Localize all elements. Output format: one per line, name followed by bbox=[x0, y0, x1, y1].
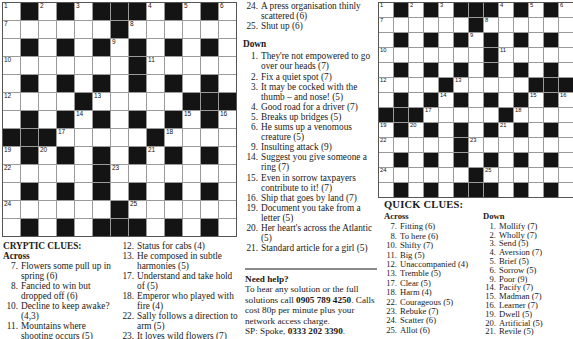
black-cell-r4c8 bbox=[484, 48, 498, 62]
grid-cell-r8c10[interactable]: 18 bbox=[514, 108, 528, 122]
grid-cell-r8c5[interactable] bbox=[439, 108, 453, 122]
black-cell-r6c13 bbox=[559, 78, 573, 92]
grid-cell-r1c13[interactable]: 6 bbox=[219, 3, 236, 20]
quick-across-clue-17: 17.Clear (5) bbox=[384, 279, 483, 288]
grid-cell-r4c9[interactable]: 11 bbox=[147, 57, 164, 74]
clue-text: Sally follows a direction to arm (5) bbox=[137, 311, 242, 331]
grid-cell-r12c6[interactable] bbox=[454, 168, 468, 182]
grid-cell-r5c1[interactable] bbox=[379, 63, 393, 77]
grid-cell-r13c1[interactable] bbox=[3, 219, 20, 236]
grid-cell-r4c5[interactable] bbox=[75, 57, 92, 74]
grid-cell-r10c1[interactable]: 22 bbox=[3, 165, 20, 182]
grid-cell-r3c3[interactable] bbox=[39, 39, 56, 56]
black-cell-r1c10 bbox=[165, 3, 182, 20]
black-cell-r5c4 bbox=[424, 63, 438, 77]
clue-number-18: 18 bbox=[166, 129, 173, 136]
grid-cell-r10c10[interactable] bbox=[514, 138, 528, 152]
cryptic-across-clue-13: 13.He composed in subtle harmonies (5) bbox=[119, 251, 242, 271]
grid-cell-r2c6[interactable] bbox=[93, 21, 110, 38]
black-cell-r3c4 bbox=[424, 33, 438, 47]
black-cell-r11c2 bbox=[21, 183, 38, 200]
grid-cell-r4c4[interactable] bbox=[424, 48, 438, 62]
grid-cell-r8c4[interactable]: 17 bbox=[57, 129, 74, 146]
black-cell-r7c10 bbox=[165, 111, 182, 128]
grid-cell-r8c6[interactable] bbox=[454, 108, 468, 122]
grid-cell-r10c7[interactable]: 23 bbox=[469, 138, 483, 152]
grid-cell-r9c7[interactable] bbox=[469, 123, 483, 137]
clue-number-label: 12. bbox=[119, 241, 137, 251]
black-cell-r1c2 bbox=[394, 3, 408, 17]
clue-text: It may be cocked with the thumb – and no… bbox=[261, 82, 378, 102]
grid-cell-r10c4[interactable] bbox=[57, 165, 74, 182]
grid-cell-r3c9[interactable] bbox=[499, 33, 513, 47]
grid-cell-r2c11[interactable] bbox=[529, 18, 543, 32]
grid-cell-r11c7[interactable] bbox=[469, 153, 483, 167]
grid-cell-r4c10[interactable] bbox=[165, 57, 182, 74]
grid-cell-r6c3[interactable] bbox=[409, 78, 423, 92]
quick-down-column: Down 1.Mollify (7)2.Wholly (7)3.Send (5)… bbox=[483, 212, 573, 336]
grid-cell-r4c2[interactable] bbox=[394, 48, 408, 62]
grid-cell-r11c3[interactable] bbox=[39, 183, 56, 200]
grid-cell-r5c13[interactable] bbox=[219, 75, 236, 92]
grid-cell-r4c5[interactable] bbox=[439, 48, 453, 62]
grid-cell-r11c13[interactable] bbox=[219, 183, 236, 200]
grid-cell-r4c13[interactable] bbox=[559, 48, 573, 62]
grid-cell-r9c3[interactable]: 20 bbox=[39, 147, 56, 164]
clue-number-22: 22 bbox=[4, 165, 11, 172]
grid-cell-r6c1[interactable]: 12 bbox=[379, 78, 393, 92]
black-cell-r9c6 bbox=[454, 123, 468, 137]
grid-cell-r13c13[interactable] bbox=[219, 219, 236, 236]
grid-cell-r12c8[interactable]: 25 bbox=[129, 201, 146, 218]
grid-cell-r9c1[interactable]: 19 bbox=[379, 123, 393, 137]
grid-cell-r8c13[interactable] bbox=[219, 129, 236, 146]
black-cell-r6c12 bbox=[544, 78, 558, 92]
grid-cell-r3c11[interactable] bbox=[529, 33, 543, 47]
quick-down-header: Down bbox=[483, 212, 573, 221]
grid-cell-r12c2[interactable] bbox=[21, 201, 38, 218]
grid-cell-r5c11[interactable] bbox=[183, 75, 200, 92]
black-cell-r13c8 bbox=[484, 183, 498, 197]
grid-cell-r5c11[interactable] bbox=[529, 63, 543, 77]
clue-number-label: 1. bbox=[243, 51, 261, 61]
black-cell-r5c12 bbox=[201, 75, 218, 92]
grid-cell-r3c7[interactable]: 9 bbox=[469, 33, 483, 47]
black-cell-r11c8 bbox=[129, 183, 146, 200]
grid-cell-r8c8[interactable] bbox=[484, 108, 498, 122]
grid-cell-r10c11[interactable] bbox=[529, 138, 543, 152]
grid-cell-r12c12[interactable] bbox=[201, 201, 218, 218]
black-cell-r12c7 bbox=[111, 201, 128, 218]
grid-cell-r13c9[interactable] bbox=[499, 183, 513, 197]
grid-cell-r10c7[interactable]: 23 bbox=[111, 165, 128, 182]
clue-number-1: 1 bbox=[4, 3, 8, 10]
quick-down-clue-21: 21.Revile (5) bbox=[483, 327, 573, 336]
grid-cell-r2c13[interactable] bbox=[559, 18, 573, 32]
cryptic-down-clue-3: 3.It may be cocked with the thumb – and … bbox=[243, 82, 378, 102]
grid-cell-r11c1[interactable] bbox=[3, 183, 20, 200]
grid-cell-r5c7[interactable] bbox=[469, 63, 483, 77]
grid-cell-r3c5[interactable] bbox=[75, 39, 92, 56]
grid-cell-r4c1[interactable]: 10 bbox=[3, 57, 20, 74]
grid-cell-r11c3[interactable] bbox=[409, 153, 423, 167]
grid-cell-r8c5[interactable] bbox=[75, 129, 92, 146]
grid-cell-r11c9[interactable] bbox=[499, 153, 513, 167]
grid-cell-r1c3[interactable]: 2 bbox=[409, 3, 423, 17]
grid-cell-r12c10[interactable] bbox=[514, 168, 528, 182]
grid-cell-r6c8[interactable] bbox=[129, 93, 146, 110]
grid-cell-r11c13[interactable] bbox=[559, 153, 573, 167]
grid-cell-r3c9[interactable] bbox=[147, 39, 164, 56]
black-cell-r13c2 bbox=[394, 183, 408, 197]
grid-cell-r12c10[interactable] bbox=[165, 201, 182, 218]
grid-cell-r12c13[interactable] bbox=[559, 168, 573, 182]
grid-cell-r11c11[interactable] bbox=[529, 153, 543, 167]
grid-cell-r2c3[interactable] bbox=[409, 18, 423, 32]
grid-cell-r13c13[interactable] bbox=[559, 183, 573, 197]
black-cell-r7c12 bbox=[544, 93, 558, 107]
clue-text: Flowers some pull up in spring (6) bbox=[21, 261, 117, 281]
clue-number-17: 17 bbox=[58, 129, 65, 136]
grid-cell-r3c1[interactable] bbox=[3, 39, 20, 56]
grid-cell-r5c3[interactable] bbox=[39, 75, 56, 92]
grid-cell-r8c10[interactable]: 18 bbox=[165, 129, 182, 146]
grid-cell-r11c9[interactable] bbox=[147, 183, 164, 200]
clue-text: A press organisation thinly scattered (6… bbox=[261, 1, 378, 21]
clue-number-23: 23 bbox=[112, 165, 119, 172]
grid-cell-r4c11[interactable] bbox=[183, 57, 200, 74]
grid-cell-r2c2[interactable] bbox=[394, 18, 408, 32]
black-cell-r13c4 bbox=[424, 183, 438, 197]
grid-cell-r2c2[interactable] bbox=[21, 21, 38, 38]
black-cell-r1c4 bbox=[424, 3, 438, 17]
grid-cell-r13c5[interactable] bbox=[439, 183, 453, 197]
clue-number-3: 3 bbox=[76, 3, 80, 10]
black-cell-r1c8 bbox=[484, 3, 498, 17]
grid-cell-r6c10[interactable] bbox=[514, 78, 528, 92]
grid-cell-r10c3[interactable] bbox=[39, 165, 56, 182]
grid-cell-r8c4[interactable]: 17 bbox=[424, 108, 438, 122]
grid-cell-r3c5[interactable] bbox=[439, 33, 453, 47]
grid-cell-r1c1[interactable]: 1 bbox=[3, 3, 20, 20]
grid-cell-r12c4[interactable] bbox=[57, 201, 74, 218]
grid-cell-r2c12[interactable] bbox=[544, 18, 558, 32]
grid-cell-r11c11[interactable] bbox=[183, 183, 200, 200]
grid-cell-r6c7[interactable] bbox=[469, 78, 483, 92]
grid-cell-r6c4[interactable] bbox=[57, 93, 74, 110]
grid-cell-r5c5[interactable] bbox=[75, 75, 92, 92]
grid-cell-r11c7[interactable] bbox=[111, 183, 128, 200]
grid-cell-r8c11[interactable] bbox=[529, 108, 543, 122]
clue-number-15: 15 bbox=[530, 93, 536, 99]
clue-number-label: 10. bbox=[3, 301, 21, 311]
grid-cell-r10c10[interactable] bbox=[165, 165, 182, 182]
grid-cell-r6c10[interactable] bbox=[165, 93, 182, 110]
grid-cell-r10c5[interactable] bbox=[75, 165, 92, 182]
grid-cell-r2c4[interactable] bbox=[424, 18, 438, 32]
grid-cell-r2c1[interactable]: 7 bbox=[379, 18, 393, 32]
grid-cell-r5c5[interactable] bbox=[439, 63, 453, 77]
grid-cell-r5c9[interactable] bbox=[147, 75, 164, 92]
grid-cell-r6c9[interactable] bbox=[147, 93, 164, 110]
black-cell-r3c2 bbox=[21, 39, 38, 56]
grid-cell-r1c5[interactable]: 3 bbox=[439, 3, 453, 17]
grid-cell-r2c9[interactable] bbox=[499, 18, 513, 32]
grid-cell-r6c1[interactable]: 12 bbox=[3, 93, 20, 110]
grid-cell-r1c9[interactable]: 4 bbox=[499, 3, 513, 17]
grid-cell-r12c12[interactable] bbox=[544, 168, 558, 182]
quick-across-clue-25: 25.Allot (6) bbox=[384, 326, 483, 335]
grid-cell-r4c13[interactable] bbox=[219, 57, 236, 74]
grid-cell-r12c11[interactable] bbox=[183, 201, 200, 218]
grid-cell-r1c11[interactable]: 5 bbox=[529, 3, 543, 17]
grid-cell-r12c6[interactable] bbox=[93, 201, 110, 218]
grid-cell-r10c12[interactable] bbox=[544, 138, 558, 152]
grid-cell-r5c7[interactable] bbox=[111, 75, 128, 92]
cryptic-down-clue-19: 19.Document you take from a letter (5) bbox=[243, 203, 378, 223]
grid-cell-r2c5[interactable] bbox=[75, 21, 92, 38]
grid-cell-r9c9[interactable]: 21 bbox=[499, 123, 513, 137]
grid-cell-r2c5[interactable] bbox=[439, 18, 453, 32]
black-cell-r13c4 bbox=[57, 219, 74, 236]
grid-cell-r12c9[interactable] bbox=[147, 201, 164, 218]
grid-cell-r2c10[interactable] bbox=[514, 18, 528, 32]
grid-cell-r7c11[interactable]: 15 bbox=[529, 93, 543, 107]
clue-text: Mountains where shooting occurs (5) bbox=[21, 321, 117, 339]
grid-cell-r7c13[interactable]: 16 bbox=[219, 111, 236, 128]
grid-cell-r4c12[interactable] bbox=[201, 57, 218, 74]
grid-cell-r13c11[interactable] bbox=[183, 219, 200, 236]
grid-cell-r1c9[interactable]: 4 bbox=[147, 3, 164, 20]
grid-cell-r8c13[interactable] bbox=[559, 108, 573, 122]
black-cell-r5c6 bbox=[93, 75, 110, 92]
grid-cell-r2c12[interactable] bbox=[201, 21, 218, 38]
cryptic-across-clue-10: 10.Decline to keep awake? (4,3) bbox=[3, 301, 117, 321]
grid-cell-r6c2[interactable] bbox=[21, 93, 38, 110]
grid-cell-r5c13[interactable] bbox=[559, 63, 573, 77]
grid-cell-r9c5[interactable] bbox=[75, 147, 92, 164]
grid-cell-r10c13[interactable] bbox=[219, 165, 236, 182]
grid-cell-r10c4[interactable] bbox=[424, 138, 438, 152]
clue-number-label: 17. bbox=[119, 271, 137, 281]
grid-cell-r9c3[interactable]: 20 bbox=[409, 123, 423, 137]
grid-cell-r12c13[interactable] bbox=[219, 201, 236, 218]
grid-cell-r10c9[interactable] bbox=[147, 165, 164, 182]
grid-cell-r7c3[interactable] bbox=[39, 111, 56, 128]
grid-cell-r12c3[interactable] bbox=[409, 168, 423, 182]
grid-cell-r4c4[interactable] bbox=[57, 57, 74, 74]
grid-cell-r2c10[interactable] bbox=[165, 21, 182, 38]
grid-cell-r12c5[interactable] bbox=[75, 201, 92, 218]
grid-cell-r7c1[interactable] bbox=[3, 111, 20, 128]
grid-cell-r1c5[interactable]: 3 bbox=[75, 3, 92, 20]
grid-cell-r1c13[interactable]: 6 bbox=[559, 3, 573, 17]
black-cell-r3c2 bbox=[394, 33, 408, 47]
grid-cell-r7c11[interactable]: 15 bbox=[183, 111, 200, 128]
grid-cell-r3c3[interactable] bbox=[409, 33, 423, 47]
grid-cell-r4c7[interactable] bbox=[111, 57, 128, 74]
grid-cell-r12c1[interactable]: 24 bbox=[379, 168, 393, 182]
grid-cell-r12c11[interactable] bbox=[529, 168, 543, 182]
grid-cell-r2c13[interactable] bbox=[219, 21, 236, 38]
grid-cell-r6c6[interactable]: 13 bbox=[93, 93, 110, 110]
grid-cell-r9c9[interactable]: 21 bbox=[147, 147, 164, 164]
black-cell-r9c8 bbox=[129, 147, 146, 164]
grid-cell-r5c9[interactable] bbox=[499, 63, 513, 77]
grid-cell-r1c11[interactable]: 5 bbox=[183, 3, 200, 20]
grid-cell-r8c6[interactable] bbox=[93, 129, 110, 146]
grid-cell-r9c11[interactable] bbox=[183, 147, 200, 164]
grid-cell-r6c2[interactable] bbox=[394, 78, 408, 92]
black-cell-r6c5 bbox=[75, 93, 92, 110]
grid-cell-r3c1[interactable] bbox=[379, 33, 393, 47]
grid-cell-r6c7[interactable] bbox=[111, 93, 128, 110]
grid-cell-r6c3[interactable] bbox=[39, 93, 56, 110]
quick-crossword-grid: 1234567891011121314151617181920212223242… bbox=[378, 2, 573, 198]
clue-text: Emperor who played with fire (4) bbox=[137, 291, 242, 311]
grid-cell-r4c1[interactable]: 10 bbox=[379, 48, 393, 62]
grid-cell-r13c3[interactable] bbox=[39, 219, 56, 236]
black-cell-r11c10 bbox=[165, 183, 182, 200]
grid-cell-r9c11[interactable] bbox=[529, 123, 543, 137]
grid-cell-r1c3[interactable]: 2 bbox=[39, 3, 56, 20]
grid-cell-r2c1[interactable]: 7 bbox=[3, 21, 20, 38]
grid-cell-r10c2[interactable] bbox=[394, 138, 408, 152]
grid-cell-r7c3[interactable] bbox=[409, 93, 423, 107]
grid-cell-r12c5[interactable] bbox=[439, 168, 453, 182]
grid-cell-r7c5[interactable]: 14 bbox=[439, 93, 453, 107]
grid-cell-r1c1[interactable]: 1 bbox=[379, 3, 393, 17]
grid-cell-r7c5[interactable]: 14 bbox=[75, 111, 92, 128]
grid-cell-r2c8[interactable]: 8 bbox=[484, 18, 498, 32]
grid-cell-r6c8[interactable] bbox=[484, 78, 498, 92]
grid-cell-r2c9[interactable] bbox=[147, 21, 164, 38]
grid-cell-r4c10[interactable] bbox=[514, 48, 528, 62]
black-cell-r1c6 bbox=[454, 3, 468, 17]
grid-cell-r12c3[interactable] bbox=[39, 201, 56, 218]
grid-cell-r10c11[interactable] bbox=[183, 165, 200, 182]
grid-cell-r6c4[interactable] bbox=[424, 78, 438, 92]
clue-number-8: 8 bbox=[130, 21, 134, 28]
grid-cell-r3c7[interactable]: 9 bbox=[111, 39, 128, 56]
grid-cell-r10c2[interactable] bbox=[21, 165, 38, 182]
grid-cell-r11c5[interactable] bbox=[75, 183, 92, 200]
clue-number-13: 13 bbox=[455, 78, 461, 84]
grid-cell-r10c3[interactable] bbox=[409, 138, 423, 152]
grid-cell-r8c7[interactable] bbox=[469, 108, 483, 122]
grid-cell-r6c6[interactable]: 13 bbox=[454, 78, 468, 92]
grid-cell-r12c2[interactable] bbox=[394, 168, 408, 182]
grid-cell-r10c12[interactable] bbox=[201, 165, 218, 182]
grid-cell-r2c8[interactable]: 8 bbox=[129, 21, 146, 38]
grid-cell-r10c5[interactable] bbox=[439, 138, 453, 152]
black-cell-r3c12 bbox=[544, 33, 558, 47]
clue-number-12: 12 bbox=[380, 78, 386, 84]
black-cell-r6c13 bbox=[219, 93, 236, 110]
grid-cell-r3c11[interactable] bbox=[183, 39, 200, 56]
grid-cell-r7c9[interactable] bbox=[499, 93, 513, 107]
grid-cell-r10c1[interactable]: 22 bbox=[379, 138, 393, 152]
grid-cell-r11c5[interactable] bbox=[439, 153, 453, 167]
grid-cell-r4c2[interactable] bbox=[21, 57, 38, 74]
grid-cell-r7c7[interactable] bbox=[469, 93, 483, 107]
grid-cell-r12c1[interactable]: 24 bbox=[3, 201, 20, 218]
grid-cell-r2c3[interactable] bbox=[39, 21, 56, 38]
help-phone-number-2: 0333 202 3390 bbox=[288, 326, 343, 336]
grid-cell-r5c1[interactable] bbox=[3, 75, 20, 92]
grid-cell-r8c11[interactable] bbox=[183, 129, 200, 146]
clue-number-label: 7. bbox=[3, 261, 21, 271]
grid-cell-r12c4[interactable] bbox=[424, 168, 438, 182]
grid-cell-r6c9[interactable] bbox=[499, 78, 513, 92]
grid-cell-r7c9[interactable] bbox=[147, 111, 164, 128]
grid-cell-r2c6[interactable] bbox=[454, 18, 468, 32]
grid-cell-r10c8[interactable] bbox=[129, 165, 146, 182]
grid-cell-r12c8[interactable]: 25 bbox=[484, 168, 498, 182]
grid-cell-r4c3[interactable] bbox=[39, 57, 56, 74]
black-cell-r10c6 bbox=[454, 138, 468, 152]
grid-cell-r9c13[interactable] bbox=[219, 147, 236, 164]
clue-number-label: 3. bbox=[243, 82, 261, 92]
black-cell-r3c6 bbox=[93, 39, 110, 56]
grid-cell-r5c3[interactable] bbox=[409, 63, 423, 77]
grid-cell-r3c13[interactable] bbox=[219, 39, 236, 56]
grid-cell-r13c9[interactable] bbox=[147, 219, 164, 236]
grid-cell-r7c7[interactable] bbox=[111, 111, 128, 128]
grid-cell-r3c13[interactable] bbox=[559, 33, 573, 47]
grid-cell-r4c7[interactable] bbox=[469, 48, 483, 62]
grid-cell-r12c9[interactable] bbox=[499, 168, 513, 182]
grid-cell-r10c8[interactable] bbox=[484, 138, 498, 152]
cryptic-down-clue-1: 1.They're not empowered to go over our h… bbox=[243, 51, 378, 71]
grid-cell-r8c12[interactable] bbox=[544, 108, 558, 122]
grid-cell-r4c11[interactable] bbox=[529, 48, 543, 62]
grid-cell-r4c9[interactable]: 11 bbox=[499, 48, 513, 62]
black-cell-r5c2 bbox=[394, 63, 408, 77]
black-cell-r6c12 bbox=[201, 93, 218, 110]
black-cell-r7c6 bbox=[454, 93, 468, 107]
grid-cell-r7c13[interactable]: 16 bbox=[559, 93, 573, 107]
black-cell-r13c7 bbox=[111, 219, 128, 236]
clue-number-11: 11 bbox=[148, 57, 155, 64]
grid-cell-r13c3[interactable] bbox=[409, 183, 423, 197]
grid-cell-r7c1[interactable] bbox=[379, 93, 393, 107]
grid-cell-r9c1[interactable]: 19 bbox=[3, 147, 20, 164]
cryptic-across-clue-25: 25.Shut up (6) bbox=[243, 21, 378, 31]
grid-cell-r4c6[interactable] bbox=[454, 48, 468, 62]
grid-cell-r11c1[interactable] bbox=[379, 153, 393, 167]
grid-cell-r13c5[interactable] bbox=[75, 219, 92, 236]
grid-cell-r4c3[interactable] bbox=[409, 48, 423, 62]
grid-cell-r10c13[interactable] bbox=[559, 138, 573, 152]
grid-cell-r2c11[interactable] bbox=[183, 21, 200, 38]
grid-cell-r10c9[interactable] bbox=[499, 138, 513, 152]
grid-cell-r9c13[interactable] bbox=[559, 123, 573, 137]
grid-cell-r9c7[interactable] bbox=[111, 147, 128, 164]
clue-number-14: 14 bbox=[76, 111, 83, 118]
clue-number-5: 5 bbox=[184, 3, 188, 10]
grid-cell-r13c1[interactable] bbox=[379, 183, 393, 197]
grid-cell-r8c12[interactable] bbox=[201, 129, 218, 146]
grid-cell-r4c12[interactable] bbox=[544, 48, 558, 62]
grid-cell-r8c7[interactable] bbox=[111, 129, 128, 146]
grid-cell-r8c8[interactable] bbox=[129, 129, 146, 146]
grid-cell-r2c4[interactable] bbox=[57, 21, 74, 38]
black-cell-r11c6 bbox=[454, 153, 468, 167]
grid-cell-r9c5[interactable] bbox=[439, 123, 453, 137]
grid-cell-r13c11[interactable] bbox=[529, 183, 543, 197]
grid-cell-r4c6[interactable] bbox=[93, 57, 110, 74]
